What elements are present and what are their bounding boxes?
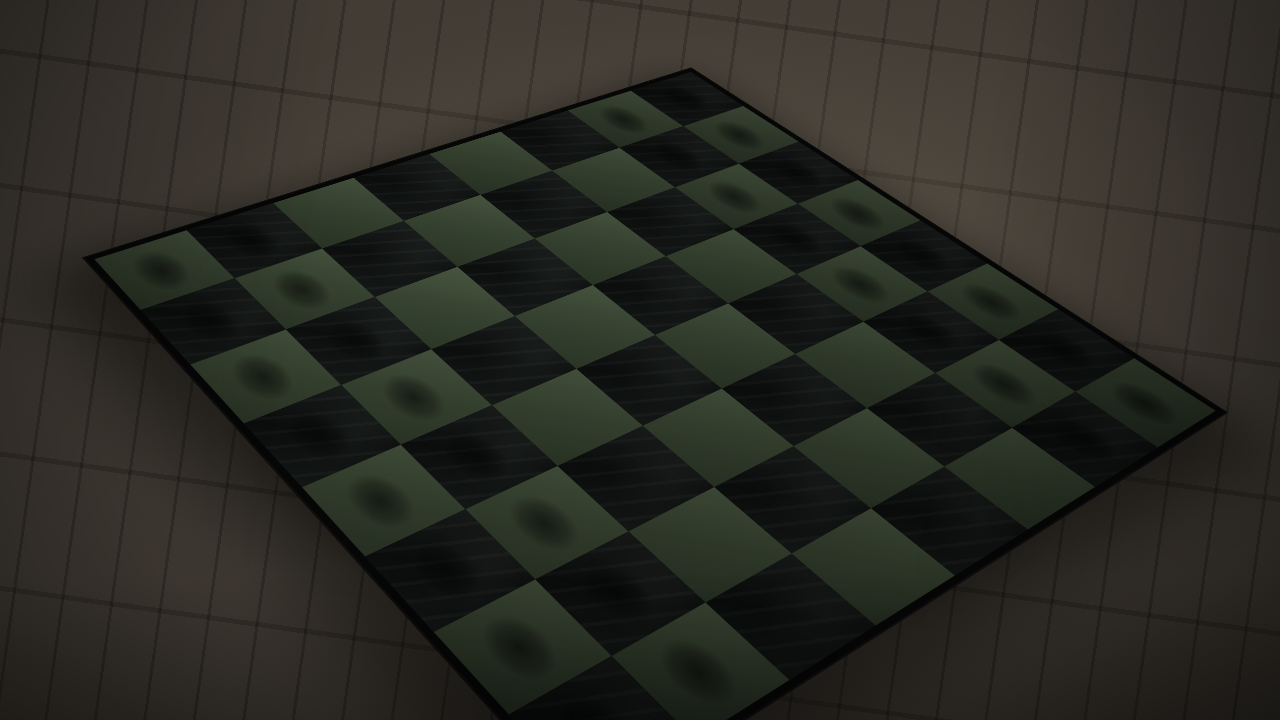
scene: ♜♞♝♛♚♝♞♜♟♟♟♟♟♟♟♟♟♟♟♟♟♟♟♟♜♞♝♛♚♝♞♜ — [0, 0, 1280, 720]
piece-white-pawn[interactable]: ♟ — [1045, 432, 1125, 443]
